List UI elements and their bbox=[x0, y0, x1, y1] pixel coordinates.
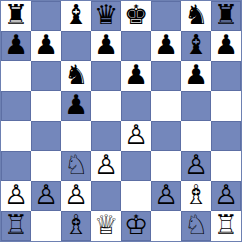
piece-black-rook-a8: ♜ bbox=[4, 1, 28, 30]
piece-white-pawn-f2: ♙ bbox=[154, 181, 178, 210]
square-e6[interactable]: ♟ bbox=[121, 61, 151, 91]
piece-black-pawn-b7: ♟ bbox=[34, 31, 58, 60]
square-d1[interactable]: ♕ bbox=[91, 211, 121, 241]
piece-black-knight-c6: ♞ bbox=[64, 61, 88, 90]
square-g7[interactable]: ♝ bbox=[181, 31, 211, 61]
square-h8[interactable]: ♜ bbox=[211, 1, 241, 31]
square-e5[interactable] bbox=[121, 91, 151, 121]
square-b6[interactable] bbox=[31, 61, 61, 91]
piece-black-pawn-e6: ♟ bbox=[124, 61, 148, 90]
square-a5[interactable] bbox=[1, 91, 31, 121]
square-c6[interactable]: ♞ bbox=[61, 61, 91, 91]
square-g2[interactable]: ♗ bbox=[181, 181, 211, 211]
square-h7[interactable]: ♟ bbox=[211, 31, 241, 61]
square-e3[interactable] bbox=[121, 151, 151, 181]
chess-board: ♜♝♛♚♞♜♟♟♟♟♝♟♞♟♟♟♙♘♙♙♙♙♙♙♗♙♖♗♕♔♘♖ bbox=[0, 0, 242, 242]
square-c1[interactable]: ♗ bbox=[61, 211, 91, 241]
square-h2[interactable]: ♙ bbox=[211, 181, 241, 211]
square-g4[interactable] bbox=[181, 121, 211, 151]
square-d5[interactable] bbox=[91, 91, 121, 121]
piece-black-pawn-g6: ♟ bbox=[184, 61, 208, 90]
square-e7[interactable] bbox=[121, 31, 151, 61]
square-c7[interactable] bbox=[61, 31, 91, 61]
square-d3[interactable]: ♙ bbox=[91, 151, 121, 181]
piece-black-bishop-g7: ♝ bbox=[184, 31, 208, 60]
square-e8[interactable]: ♚ bbox=[121, 1, 151, 31]
piece-black-knight-g8: ♞ bbox=[184, 1, 208, 30]
piece-white-queen-d1: ♕ bbox=[94, 211, 118, 240]
square-e4[interactable]: ♙ bbox=[121, 121, 151, 151]
square-a2[interactable]: ♙ bbox=[1, 181, 31, 211]
piece-black-pawn-c5: ♟ bbox=[64, 91, 88, 120]
square-f5[interactable] bbox=[151, 91, 181, 121]
piece-white-pawn-a2: ♙ bbox=[4, 181, 28, 210]
square-d7[interactable]: ♟ bbox=[91, 31, 121, 61]
piece-black-pawn-d7: ♟ bbox=[94, 31, 118, 60]
piece-black-king-e8: ♚ bbox=[124, 1, 148, 30]
square-d4[interactable] bbox=[91, 121, 121, 151]
square-h5[interactable] bbox=[211, 91, 241, 121]
piece-white-bishop-c1: ♗ bbox=[64, 211, 88, 240]
square-b7[interactable]: ♟ bbox=[31, 31, 61, 61]
square-g3[interactable]: ♙ bbox=[181, 151, 211, 181]
square-g5[interactable] bbox=[181, 91, 211, 121]
square-d8[interactable]: ♛ bbox=[91, 1, 121, 31]
piece-black-bishop-c8: ♝ bbox=[64, 1, 88, 30]
piece-white-rook-h1: ♖ bbox=[214, 211, 238, 240]
square-h4[interactable] bbox=[211, 121, 241, 151]
square-e2[interactable] bbox=[121, 181, 151, 211]
square-f3[interactable] bbox=[151, 151, 181, 181]
square-e1[interactable]: ♔ bbox=[121, 211, 151, 241]
square-c2[interactable]: ♙ bbox=[61, 181, 91, 211]
square-f6[interactable] bbox=[151, 61, 181, 91]
square-a8[interactable]: ♜ bbox=[1, 1, 31, 31]
square-b3[interactable] bbox=[31, 151, 61, 181]
square-f2[interactable]: ♙ bbox=[151, 181, 181, 211]
square-c4[interactable] bbox=[61, 121, 91, 151]
square-d6[interactable] bbox=[91, 61, 121, 91]
square-d2[interactable] bbox=[91, 181, 121, 211]
square-b4[interactable] bbox=[31, 121, 61, 151]
square-g8[interactable]: ♞ bbox=[181, 1, 211, 31]
square-f4[interactable] bbox=[151, 121, 181, 151]
square-a6[interactable] bbox=[1, 61, 31, 91]
piece-white-pawn-c2: ♙ bbox=[64, 181, 88, 210]
piece-black-pawn-f7: ♟ bbox=[154, 31, 178, 60]
square-f1[interactable] bbox=[151, 211, 181, 241]
square-b2[interactable]: ♙ bbox=[31, 181, 61, 211]
square-c8[interactable]: ♝ bbox=[61, 1, 91, 31]
piece-white-knight-g1: ♘ bbox=[184, 211, 208, 240]
square-g1[interactable]: ♘ bbox=[181, 211, 211, 241]
piece-black-rook-h8: ♜ bbox=[214, 1, 238, 30]
piece-white-rook-a1: ♖ bbox=[4, 211, 28, 240]
square-h6[interactable] bbox=[211, 61, 241, 91]
piece-white-bishop-g2: ♗ bbox=[184, 181, 208, 210]
chess-board-container: ♜♝♛♚♞♜♟♟♟♟♝♟♞♟♟♟♙♘♙♙♙♙♙♙♗♙♖♗♕♔♘♖ bbox=[0, 0, 242, 242]
piece-black-pawn-a7: ♟ bbox=[4, 31, 28, 60]
piece-white-knight-c3: ♘ bbox=[64, 151, 88, 180]
square-f7[interactable]: ♟ bbox=[151, 31, 181, 61]
piece-white-pawn-e4: ♙ bbox=[124, 121, 148, 150]
square-b8[interactable] bbox=[31, 1, 61, 31]
square-h3[interactable] bbox=[211, 151, 241, 181]
piece-black-queen-d8: ♛ bbox=[94, 1, 118, 30]
square-f8[interactable] bbox=[151, 1, 181, 31]
square-g6[interactable]: ♟ bbox=[181, 61, 211, 91]
square-b5[interactable] bbox=[31, 91, 61, 121]
piece-white-pawn-g3: ♙ bbox=[184, 151, 208, 180]
square-h1[interactable]: ♖ bbox=[211, 211, 241, 241]
piece-black-pawn-h7: ♟ bbox=[214, 31, 238, 60]
square-b1[interactable] bbox=[31, 211, 61, 241]
square-c3[interactable]: ♘ bbox=[61, 151, 91, 181]
square-c5[interactable]: ♟ bbox=[61, 91, 91, 121]
square-a4[interactable] bbox=[1, 121, 31, 151]
square-a7[interactable]: ♟ bbox=[1, 31, 31, 61]
square-a3[interactable] bbox=[1, 151, 31, 181]
piece-white-pawn-b2: ♙ bbox=[34, 181, 58, 210]
square-a1[interactable]: ♖ bbox=[1, 211, 31, 241]
piece-white-king-e1: ♔ bbox=[124, 211, 148, 240]
piece-white-pawn-d3: ♙ bbox=[94, 151, 118, 180]
piece-white-pawn-h2: ♙ bbox=[214, 181, 238, 210]
